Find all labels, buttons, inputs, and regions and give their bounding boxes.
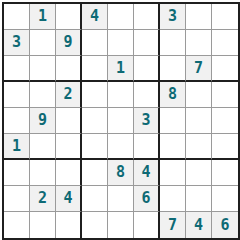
given-digit: 2 [63,87,72,102]
cell-r9c7[interactable]: 7 [160,212,186,238]
given-digit: 3 [12,35,21,50]
given-digit: 4 [90,9,99,24]
cell-r4c3[interactable]: 2 [56,82,82,108]
cell-r6c8[interactable] [186,134,212,160]
cell-r9c3[interactable] [56,212,82,238]
cell-r6c4[interactable] [82,134,108,160]
cell-r5c4[interactable] [82,108,108,134]
cell-r7c7[interactable] [160,160,186,186]
cell-r1c9[interactable] [212,4,238,30]
cell-r9c6[interactable] [134,212,160,238]
cell-r5c3[interactable] [56,108,82,134]
cell-r9c4[interactable] [82,212,108,238]
given-digit: 9 [38,113,47,128]
cell-r1c7[interactable]: 3 [160,4,186,30]
given-digit: 9 [63,35,72,50]
cell-r9c9[interactable]: 6 [212,212,238,238]
cell-r3c7[interactable] [160,56,186,82]
cell-r3c5[interactable]: 1 [108,56,134,82]
cell-r6c7[interactable] [160,134,186,160]
cell-r8c7[interactable] [160,186,186,212]
sudoku-board: 14339172893184246746 [2,2,240,240]
cell-r1c5[interactable] [108,4,134,30]
given-digit: 1 [12,139,21,154]
cell-r5c9[interactable] [212,108,238,134]
cell-r7c5[interactable]: 8 [108,160,134,186]
cell-r4c8[interactable] [186,82,212,108]
given-digit: 1 [116,61,125,76]
given-digit: 7 [168,218,177,233]
cell-r3c2[interactable] [30,56,56,82]
given-digit: 6 [220,218,229,233]
cell-r1c4[interactable]: 4 [82,4,108,30]
cell-r8c5[interactable] [108,186,134,212]
given-digit: 4 [194,218,203,233]
cell-r3c3[interactable] [56,56,82,82]
given-digit: 8 [116,165,125,180]
cell-r6c1[interactable]: 1 [4,134,30,160]
cell-r4c7[interactable]: 8 [160,82,186,108]
cell-r1c8[interactable] [186,4,212,30]
cell-r4c6[interactable] [134,82,160,108]
given-digit: 8 [168,87,177,102]
given-digit: 4 [141,165,150,180]
cell-r3c1[interactable] [4,56,30,82]
cell-r1c1[interactable] [4,4,30,30]
cell-r5c2[interactable]: 9 [30,108,56,134]
given-digit: 7 [194,61,203,76]
cell-r4c1[interactable] [4,82,30,108]
cell-r2c1[interactable]: 3 [4,30,30,56]
cell-r6c5[interactable] [108,134,134,160]
cell-r8c3[interactable]: 4 [56,186,82,212]
cell-r9c8[interactable]: 4 [186,212,212,238]
cell-r1c3[interactable] [56,4,82,30]
cell-r8c6[interactable]: 6 [134,186,160,212]
cell-r9c1[interactable] [4,212,30,238]
given-digit: 2 [38,191,47,206]
cell-r5c1[interactable] [4,108,30,134]
cell-r5c8[interactable] [186,108,212,134]
cell-r4c5[interactable] [108,82,134,108]
cell-r7c9[interactable] [212,160,238,186]
given-digit: 4 [63,191,72,206]
cell-r1c2[interactable]: 1 [30,4,56,30]
cell-r7c1[interactable] [4,160,30,186]
given-digit: 6 [141,191,150,206]
cell-r2c2[interactable] [30,30,56,56]
given-digit: 1 [38,9,47,24]
cell-r9c2[interactable] [30,212,56,238]
cell-r8c2[interactable]: 2 [30,186,56,212]
cell-r4c9[interactable] [212,82,238,108]
cell-r7c8[interactable] [186,160,212,186]
cell-r9c5[interactable] [108,212,134,238]
cell-r3c6[interactable] [134,56,160,82]
cell-r6c6[interactable] [134,134,160,160]
cell-r3c4[interactable] [82,56,108,82]
cell-r2c7[interactable] [160,30,186,56]
cell-r2c5[interactable] [108,30,134,56]
cell-r4c2[interactable] [30,82,56,108]
cell-r6c3[interactable] [56,134,82,160]
cell-r4c4[interactable] [82,82,108,108]
cell-r5c5[interactable] [108,108,134,134]
cell-r5c6[interactable]: 3 [134,108,160,134]
cell-r2c8[interactable] [186,30,212,56]
given-digit: 3 [141,113,150,128]
given-digit: 3 [168,9,177,24]
cell-r8c9[interactable] [212,186,238,212]
cell-r2c4[interactable] [82,30,108,56]
cell-r3c9[interactable] [212,56,238,82]
cell-r1c6[interactable] [134,4,160,30]
cell-r7c2[interactable] [30,160,56,186]
cell-r7c3[interactable] [56,160,82,186]
cell-r3c8[interactable]: 7 [186,56,212,82]
cell-r7c4[interactable] [82,160,108,186]
cell-r7c6[interactable]: 4 [134,160,160,186]
cell-r8c1[interactable] [4,186,30,212]
cell-r6c2[interactable] [30,134,56,160]
cell-r2c6[interactable] [134,30,160,56]
cell-r2c3[interactable]: 9 [56,30,82,56]
cell-r5c7[interactable] [160,108,186,134]
cell-r2c9[interactable] [212,30,238,56]
cell-r8c8[interactable] [186,186,212,212]
cell-r6c9[interactable] [212,134,238,160]
cell-r8c4[interactable] [82,186,108,212]
